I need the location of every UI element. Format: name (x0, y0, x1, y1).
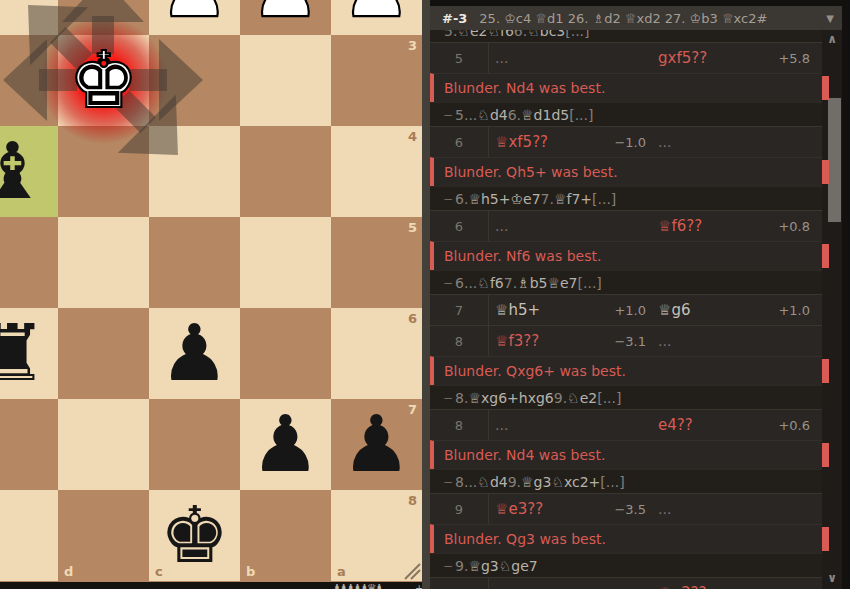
square-c7[interactable] (149, 399, 240, 490)
variation-token: 6. (508, 107, 521, 123)
blunder-comment: Blunder. Qg3 was best. (430, 524, 822, 553)
variation-row[interactable]: −5...♘d4 6.♕d1 d5 [...] (430, 102, 822, 126)
collapse-dash-icon: − (443, 559, 453, 573)
variation-token: d5 (551, 107, 569, 123)
move-index: 9 (430, 578, 489, 589)
variation-row[interactable]: −8...♘d4 9.♕g3 ♘xc2+ [...] (430, 469, 822, 493)
right-margin (842, 0, 850, 589)
variation-row[interactable]: −8.♕xg6+ hxg6 9.♘e2 [...] (430, 385, 822, 409)
piece-black-rook[interactable]: ♜ (0, 308, 58, 399)
variation-token: ♕xg6+ (468, 390, 518, 406)
variation-token: 9. (455, 558, 468, 574)
piece-white-pawn[interactable]: ♟ (240, 0, 331, 35)
rank-label-6: 6 (408, 311, 417, 326)
move-row: 7♕h5++1.0♕g6+1.0 (430, 294, 822, 325)
piece-white-king[interactable]: ♚ (58, 35, 149, 126)
square-e7[interactable] (0, 399, 58, 490)
blunder-comment: Blunder. Qxg6+ was best. (430, 356, 822, 385)
black-eval: +1.0 (762, 303, 822, 318)
rank-label-5: 5 (408, 220, 417, 235)
move-row: 8♕f3??−3.1... (430, 325, 822, 356)
variation-token: ♘ge7 (499, 558, 538, 574)
square-a7[interactable]: 7♟ (331, 399, 422, 490)
variation-header[interactable]: #-3 25. ♔c4 ♕d1 26. ♗d2 ♕xd2 27. ♔b3 ♕xc… (430, 6, 842, 30)
square-d7[interactable] (58, 399, 149, 490)
variation-token: ♕g3 (521, 474, 551, 490)
scrollbar-thumb[interactable] (828, 98, 841, 222)
square-b4[interactable] (240, 126, 331, 217)
collapse-dash-icon: − (443, 108, 453, 122)
variation-token: [...] (597, 390, 621, 406)
move-index: 8 (430, 326, 489, 356)
collapse-dash-icon: − (443, 391, 453, 405)
piece-black-pawn[interactable]: ♟ (240, 399, 331, 490)
chess-board[interactable]: ♟♟♟♚3♝45♜♟6♟7♟dc♚b8a ♟♟♟♟♟ ♛ ♟ +6 (0, 0, 430, 589)
square-e8[interactable] (0, 490, 58, 581)
square-e4[interactable]: ♝ (0, 126, 58, 217)
top-strip (430, 0, 850, 6)
white-eval: −1.0 (593, 135, 650, 150)
variation-token: ♕f7+ (554, 191, 592, 207)
black-move[interactable]: ... (650, 134, 762, 150)
square-a5[interactable]: 5 (331, 217, 422, 308)
variation-token: ♕g3 (468, 558, 498, 574)
white-move[interactable]: ♕xf5?? (489, 133, 593, 151)
variation-token: ♘xc2+ (551, 474, 600, 490)
blunder-comment: Blunder. Nf6 was best. (430, 241, 822, 270)
square-b7[interactable]: ♟ (240, 399, 331, 490)
variation-token: ♕e7 (547, 275, 577, 291)
square-b5[interactable] (240, 217, 331, 308)
square-c5[interactable] (149, 217, 240, 308)
variation-token: 6. (455, 191, 468, 207)
collapse-dash-icon: − (443, 192, 453, 206)
square-a2[interactable]: ♟ (331, 0, 422, 35)
white-eval: +1.0 (593, 303, 650, 318)
variation-token: ♕h5+ (468, 191, 510, 207)
variation-token: 9. (554, 390, 567, 406)
variation-token: 9. (508, 474, 521, 490)
black-eval: +0.8 (762, 219, 822, 234)
move-index: 9 (430, 494, 489, 524)
material-advantage: +6 (415, 583, 422, 589)
variation-token: [...] (600, 474, 624, 490)
square-e5[interactable] (0, 217, 58, 308)
move-index: 6 (430, 127, 489, 157)
square-d5[interactable] (58, 217, 149, 308)
square-d6[interactable] (58, 308, 149, 399)
lichess-analysis-screen: ♟♟♟♚3♝45♜♟6♟7♟dc♚b8a ♟♟♟♟♟ ♛ ♟ +6 5.♘e2 … (0, 0, 850, 589)
white-move[interactable]: ♕f3?? (489, 332, 593, 350)
variation-row[interactable]: −6.♕h5+ ♔e7 7.♕f7+ [...] (430, 186, 822, 210)
square-d8[interactable]: d (58, 490, 149, 581)
file-label-d: d (64, 564, 73, 579)
black-move[interactable]: ... (650, 501, 762, 517)
square-b2[interactable]: ♟ (240, 0, 331, 35)
piece-white-pawn[interactable]: ♟ (331, 0, 422, 35)
variation-token: 7. (504, 275, 517, 291)
piece-black-pawn[interactable]: ♟ (149, 308, 240, 399)
rank-label-8: 8 (408, 493, 417, 508)
square-a4[interactable]: 4 (331, 126, 422, 217)
chevron-down-icon[interactable]: ▼ (826, 13, 834, 24)
board-grid[interactable]: ♟♟♟♚3♝45♜♟6♟7♟dc♚b8a (0, 0, 422, 581)
file-label-c: c (155, 564, 163, 579)
black-eval: +5.8 (762, 51, 822, 66)
material-bar: ♟♟♟♟♟ ♛ ♟ +6 (0, 582, 422, 589)
square-b8[interactable]: b (240, 490, 331, 581)
rank-label-4: 4 (408, 129, 417, 144)
captured-pieces: ♟♟♟♟♟ ♛ ♟ (332, 583, 381, 589)
black-move[interactable]: e4?? (650, 416, 762, 434)
variation-row[interactable]: −9.♕g3 ♘ge7 (430, 553, 822, 577)
variation-token: 7. (541, 191, 554, 207)
variation-token: ♘d4 (477, 107, 507, 123)
blunder-comment: Blunder. Qh5+ was best. (430, 157, 822, 186)
square-a3[interactable]: 3 (331, 35, 422, 126)
variation-token: [...] (578, 275, 602, 291)
board-panel-divider (422, 0, 430, 589)
variation-token: ♗b5 (517, 275, 547, 291)
eval-badge: #-3 (442, 11, 467, 26)
variation-token: 8. (455, 390, 468, 406)
square-c8[interactable]: c♚ (149, 490, 240, 581)
blunder-comment: Blunder. Nd4 was best. (430, 440, 822, 469)
black-eval: +0.3 (762, 586, 822, 589)
black-move[interactable]: ♕g3?? (650, 584, 762, 589)
black-move[interactable]: gxf5?? (650, 49, 762, 67)
move-row: 6...♕f6??+0.8 (430, 210, 822, 241)
square-d3[interactable]: ♚ (58, 35, 149, 126)
move-row: 9...♕g3??+0.3 (430, 577, 822, 589)
square-c6[interactable]: ♟ (149, 308, 240, 399)
collapse-dash-icon: − (443, 276, 453, 290)
move-row: 8...e4??+0.6 (430, 409, 822, 440)
white-move[interactable]: ♕h5+ (489, 301, 593, 319)
square-a6[interactable]: 6 (331, 308, 422, 399)
blunder-comment: Blunder. Nd4 was best. (430, 73, 822, 102)
black-move[interactable]: ♕f6?? (650, 217, 762, 235)
scrollbar[interactable]: ∧ ∨ (822, 30, 842, 589)
variation-token: ♘e2 (567, 390, 597, 406)
rank-label-3: 3 (408, 38, 417, 53)
variation-preview-moves: 25. ♔c4 ♕d1 26. ♗d2 ♕xd2 27. ♔b3 ♕xc2# (479, 11, 820, 26)
black-eval: +0.6 (762, 418, 822, 433)
square-c2[interactable]: ♟ (149, 0, 240, 35)
move-row: 5...gxf5??+5.8 (430, 42, 822, 73)
scroll-down-icon[interactable]: ∨ (822, 571, 842, 585)
rank-label-7: 7 (408, 402, 417, 417)
collapse-dash-icon: − (443, 475, 453, 489)
file-label-b: b (246, 564, 255, 579)
move-index: 7 (430, 295, 489, 325)
piece-white-pawn[interactable]: ♟ (149, 0, 240, 35)
square-b3[interactable] (240, 35, 331, 126)
variation-row[interactable]: −6...♘f6 7.♗b5 ♕e7 [...] (430, 270, 822, 294)
move-row: 9♕e3??−3.5... (430, 493, 822, 524)
white-eval: −3.1 (593, 334, 650, 349)
variation-token: 8... (455, 474, 477, 490)
scroll-up-icon[interactable]: ∧ (822, 32, 842, 46)
white-move[interactable]: ... (489, 218, 593, 234)
move-list: 5...gxf5??+5.8Blunder. Nd4 was best.−5..… (430, 42, 822, 589)
variation-token: [...] (569, 107, 593, 123)
file-label-a: a (337, 564, 346, 579)
variation-token: ♘d4 (477, 474, 507, 490)
piece-black-bishop[interactable]: ♝ (0, 126, 58, 217)
square-b6[interactable] (240, 308, 331, 399)
black-move[interactable]: ♕g6 (650, 301, 762, 319)
variation-token: ♔e7 (510, 191, 540, 207)
move-index: 6 (430, 211, 489, 241)
black-move[interactable]: ... (650, 333, 762, 349)
square-a8[interactable]: 8a (331, 490, 422, 581)
variation-token: ♕d1 (521, 107, 551, 123)
white-move[interactable]: ... (489, 417, 593, 433)
variation-token: 5... (455, 107, 477, 123)
move-index: 8 (430, 410, 489, 440)
variation-token: hxg6 (519, 390, 554, 406)
move-index: 5 (430, 43, 489, 73)
variation-token: [...] (592, 191, 616, 207)
white-move[interactable]: ... (489, 50, 593, 66)
move-row: 6♕xf5??−1.0... (430, 126, 822, 157)
variation-token: ♘f6 (477, 275, 503, 291)
white-move[interactable]: ... (489, 585, 593, 589)
white-eval: −3.5 (593, 502, 650, 517)
square-e6[interactable]: ♜ (0, 308, 58, 399)
variation-token: 6... (455, 275, 477, 291)
white-move[interactable]: ♕e3?? (489, 500, 593, 518)
analysis-panel: 5.♘e2 ♘f6 6.♘bc3 [...] #-3 25. ♔c4 ♕d1 2… (430, 0, 850, 589)
